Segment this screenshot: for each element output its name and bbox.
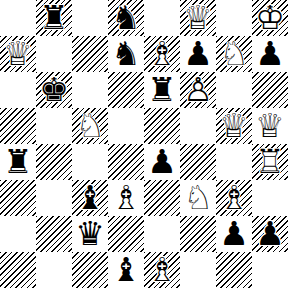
square-f7[interactable]: ♟: [180, 36, 216, 72]
piece-black-pawn: ♟: [252, 216, 288, 252]
square-e7[interactable]: ♝♗: [144, 36, 180, 72]
square-d1[interactable]: ♝: [108, 252, 144, 288]
piece-white-bishop: ♝♗: [144, 252, 180, 288]
square-a3[interactable]: [0, 180, 36, 216]
square-d3[interactable]: ♝♗: [108, 180, 144, 216]
square-h1[interactable]: [252, 252, 288, 288]
piece-black-rook: ♜: [144, 72, 180, 108]
square-d4[interactable]: [108, 144, 144, 180]
square-c6[interactable]: [72, 72, 108, 108]
square-e2[interactable]: [144, 216, 180, 252]
square-e6[interactable]: ♜: [144, 72, 180, 108]
piece-white-knight: ♞♘: [216, 36, 252, 72]
square-g5[interactable]: ♛♕: [216, 108, 252, 144]
piece-white-queen: ♛♕: [252, 108, 288, 144]
square-h2[interactable]: ♟: [252, 216, 288, 252]
piece-white-king: ♚♔: [252, 0, 288, 36]
square-g3[interactable]: ♝♗: [216, 180, 252, 216]
square-d6[interactable]: [108, 72, 144, 108]
square-f6[interactable]: ♟♙: [180, 72, 216, 108]
square-a6[interactable]: [0, 72, 36, 108]
square-h8[interactable]: ♚♔: [252, 0, 288, 36]
square-g8[interactable]: [216, 0, 252, 36]
square-e5[interactable]: [144, 108, 180, 144]
square-c1[interactable]: [72, 252, 108, 288]
piece-white-queen: ♛♕: [180, 0, 216, 36]
piece-white-knight: ♞♘: [72, 108, 108, 144]
square-c7[interactable]: [72, 36, 108, 72]
piece-black-bishop: ♝: [72, 180, 108, 216]
square-a5[interactable]: [0, 108, 36, 144]
piece-black-rook: ♜: [36, 0, 72, 36]
square-b1[interactable]: [36, 252, 72, 288]
square-g6[interactable]: [216, 72, 252, 108]
chessboard: ♜♞♛♕♚♔♛♕♞♝♗♟♞♘♟♚♜♟♙♞♘♛♕♛♕♜♟♜♖♝♝♗♞♘♝♗♛♟♟♝…: [0, 0, 288, 288]
piece-black-pawn: ♟: [252, 36, 288, 72]
piece-white-bishop: ♝♗: [144, 36, 180, 72]
square-h6[interactable]: [252, 72, 288, 108]
square-b4[interactable]: [36, 144, 72, 180]
piece-white-rook: ♜♖: [252, 144, 288, 180]
piece-black-rook: ♜: [0, 144, 36, 180]
square-d8[interactable]: ♞: [108, 0, 144, 36]
square-a8[interactable]: [0, 0, 36, 36]
square-b3[interactable]: [36, 180, 72, 216]
square-b8[interactable]: ♜: [36, 0, 72, 36]
piece-white-knight: ♞♘: [180, 180, 216, 216]
square-h4[interactable]: ♜♖: [252, 144, 288, 180]
square-d5[interactable]: [108, 108, 144, 144]
square-a4[interactable]: ♜: [0, 144, 36, 180]
square-h3[interactable]: [252, 180, 288, 216]
square-e1[interactable]: ♝♗: [144, 252, 180, 288]
piece-white-pawn: ♟♙: [180, 72, 216, 108]
piece-black-knight: ♞: [108, 36, 144, 72]
square-g4[interactable]: [216, 144, 252, 180]
piece-white-bishop: ♝♗: [108, 180, 144, 216]
square-g2[interactable]: ♟: [216, 216, 252, 252]
square-b2[interactable]: [36, 216, 72, 252]
square-f2[interactable]: [180, 216, 216, 252]
square-f8[interactable]: ♛♕: [180, 0, 216, 36]
piece-white-queen: ♛♕: [216, 108, 252, 144]
square-a2[interactable]: [0, 216, 36, 252]
square-f3[interactable]: ♞♘: [180, 180, 216, 216]
piece-white-bishop: ♝♗: [216, 180, 252, 216]
piece-black-pawn: ♟: [180, 36, 216, 72]
square-e4[interactable]: ♟: [144, 144, 180, 180]
square-d2[interactable]: [108, 216, 144, 252]
piece-black-king: ♚: [36, 72, 72, 108]
square-c4[interactable]: [72, 144, 108, 180]
piece-black-queen: ♛: [72, 216, 108, 252]
square-f1[interactable]: [180, 252, 216, 288]
square-g7[interactable]: ♞♘: [216, 36, 252, 72]
square-e8[interactable]: [144, 0, 180, 36]
square-f5[interactable]: [180, 108, 216, 144]
square-c2[interactable]: ♛: [72, 216, 108, 252]
piece-black-pawn: ♟: [216, 216, 252, 252]
square-b6[interactable]: ♚: [36, 72, 72, 108]
square-h7[interactable]: ♟: [252, 36, 288, 72]
square-h5[interactable]: ♛♕: [252, 108, 288, 144]
square-c8[interactable]: [72, 0, 108, 36]
square-a1[interactable]: [0, 252, 36, 288]
square-f4[interactable]: [180, 144, 216, 180]
piece-black-bishop: ♝: [108, 252, 144, 288]
piece-black-knight: ♞: [108, 0, 144, 36]
piece-white-queen: ♛♕: [0, 36, 36, 72]
square-e3[interactable]: [144, 180, 180, 216]
square-g1[interactable]: [216, 252, 252, 288]
square-b5[interactable]: [36, 108, 72, 144]
square-b7[interactable]: [36, 36, 72, 72]
square-a7[interactable]: ♛♕: [0, 36, 36, 72]
piece-black-pawn: ♟: [144, 144, 180, 180]
square-d7[interactable]: ♞: [108, 36, 144, 72]
square-c3[interactable]: ♝: [72, 180, 108, 216]
square-c5[interactable]: ♞♘: [72, 108, 108, 144]
